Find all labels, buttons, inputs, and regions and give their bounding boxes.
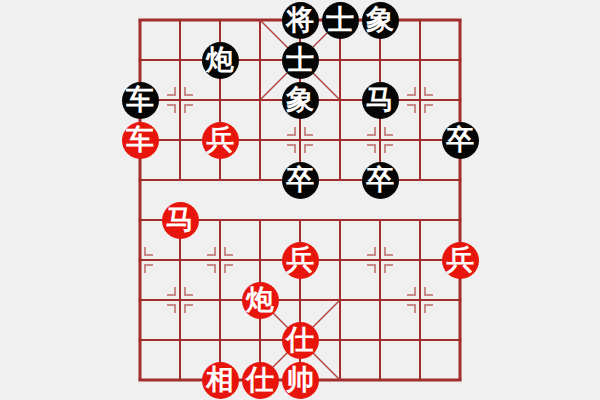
piece-black-cannon[interactable]: 炮 [202, 42, 239, 79]
piece-red-king[interactable]: 帅 [282, 362, 319, 399]
piece-black-advisor[interactable]: 士 [282, 42, 319, 79]
piece-red-soldier[interactable]: 兵 [282, 242, 319, 279]
piece-black-general[interactable]: 将 [282, 2, 319, 39]
piece-black-soldier[interactable]: 卒 [442, 122, 479, 159]
piece-red-soldier[interactable]: 兵 [442, 242, 479, 279]
piece-red-cannon[interactable]: 炮 [242, 282, 279, 319]
piece-black-chariot[interactable]: 车 [122, 82, 159, 119]
piece-red-advisor[interactable]: 仕 [242, 362, 279, 399]
piece-red-chariot[interactable]: 车 [122, 122, 159, 159]
piece-black-advisor[interactable]: 士 [322, 2, 359, 39]
piece-red-soldier[interactable]: 兵 [202, 122, 239, 159]
xiangqi-app: 将士象炮士车象马卒卒卒车兵马兵兵炮仕相仕帅 [0, 0, 600, 400]
piece-red-elephant[interactable]: 相 [202, 362, 239, 399]
piece-black-horse[interactable]: 马 [362, 82, 399, 119]
piece-black-soldier[interactable]: 卒 [362, 162, 399, 199]
piece-red-advisor[interactable]: 仕 [282, 322, 319, 359]
pieces-layer: 将士象炮士车象马卒卒卒车兵马兵兵炮仕相仕帅 [0, 0, 600, 400]
piece-black-elephant[interactable]: 象 [282, 82, 319, 119]
piece-black-elephant[interactable]: 象 [362, 2, 399, 39]
piece-black-soldier[interactable]: 卒 [282, 162, 319, 199]
piece-red-horse[interactable]: 马 [162, 202, 199, 239]
